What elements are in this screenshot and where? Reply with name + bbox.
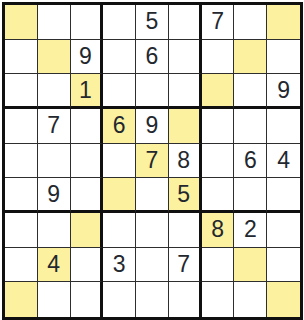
cell-r6c4[interactable]	[103, 178, 136, 213]
cell-r3c5[interactable]	[136, 74, 169, 109]
cell-r4c4[interactable]: 6	[103, 109, 136, 144]
cell-r1c5[interactable]: 5	[136, 5, 169, 40]
cell-r2c2[interactable]	[38, 40, 71, 75]
cell-r4c6[interactable]	[169, 109, 202, 144]
cell-r4c2[interactable]: 7	[38, 109, 71, 144]
cell-r8c6[interactable]: 7	[169, 248, 202, 283]
cell-r9c1[interactable]	[5, 282, 38, 317]
cell-r5c4[interactable]	[103, 144, 136, 179]
cell-r9c3[interactable]	[71, 282, 104, 317]
cell-r6c6[interactable]: 5	[169, 178, 202, 213]
cell-r5c1[interactable]	[5, 144, 38, 179]
cell-r8c8[interactable]	[234, 248, 267, 283]
cell-r3c3[interactable]: 1	[71, 74, 104, 109]
cell-r5c7[interactable]	[202, 144, 235, 179]
cell-r7c1[interactable]	[5, 213, 38, 248]
sudoku-board: 57961976978649582437	[2, 2, 303, 320]
cell-r6c3[interactable]	[71, 178, 104, 213]
cell-r2c4[interactable]	[103, 40, 136, 75]
cell-r8c7[interactable]	[202, 248, 235, 283]
cell-r6c5[interactable]	[136, 178, 169, 213]
cell-r9c6[interactable]	[169, 282, 202, 317]
cell-r5c8[interactable]: 6	[234, 144, 267, 179]
cell-r5c3[interactable]	[71, 144, 104, 179]
cell-r1c7[interactable]: 7	[202, 5, 235, 40]
cell-r1c8[interactable]	[234, 5, 267, 40]
cell-r4c7[interactable]	[202, 109, 235, 144]
cell-r2c7[interactable]	[202, 40, 235, 75]
cell-r7c6[interactable]	[169, 213, 202, 248]
cell-r6c8[interactable]	[234, 178, 267, 213]
cell-r3c2[interactable]	[38, 74, 71, 109]
cell-r3c1[interactable]	[5, 74, 38, 109]
cell-r1c3[interactable]	[71, 5, 104, 40]
cell-r6c2[interactable]: 9	[38, 178, 71, 213]
cell-r7c3[interactable]	[71, 213, 104, 248]
cell-r3c7[interactable]	[202, 74, 235, 109]
cell-r4c9[interactable]	[267, 109, 300, 144]
cell-r2c1[interactable]	[5, 40, 38, 75]
cell-r3c6[interactable]	[169, 74, 202, 109]
cell-r8c5[interactable]	[136, 248, 169, 283]
cell-r6c1[interactable]	[5, 178, 38, 213]
cell-r1c9[interactable]	[267, 5, 300, 40]
cell-r9c4[interactable]	[103, 282, 136, 317]
cell-r9c5[interactable]	[136, 282, 169, 317]
cell-r5c2[interactable]	[38, 144, 71, 179]
cell-r6c7[interactable]	[202, 178, 235, 213]
cell-r3c8[interactable]	[234, 74, 267, 109]
cell-r7c4[interactable]	[103, 213, 136, 248]
cell-r2c8[interactable]	[234, 40, 267, 75]
cell-r1c4[interactable]	[103, 5, 136, 40]
cell-r4c1[interactable]	[5, 109, 38, 144]
cell-r8c9[interactable]	[267, 248, 300, 283]
cell-r3c4[interactable]	[103, 74, 136, 109]
cell-r4c3[interactable]	[71, 109, 104, 144]
cell-r7c5[interactable]	[136, 213, 169, 248]
cell-r8c3[interactable]	[71, 248, 104, 283]
cell-r2c5[interactable]: 6	[136, 40, 169, 75]
cell-r5c6[interactable]: 8	[169, 144, 202, 179]
cell-r3c9[interactable]: 9	[267, 74, 300, 109]
cell-r8c1[interactable]	[5, 248, 38, 283]
cell-r7c2[interactable]	[38, 213, 71, 248]
cell-r6c9[interactable]	[267, 178, 300, 213]
cell-r5c5[interactable]: 7	[136, 144, 169, 179]
cell-r4c5[interactable]: 9	[136, 109, 169, 144]
cell-r8c4[interactable]: 3	[103, 248, 136, 283]
cell-r9c8[interactable]	[234, 282, 267, 317]
cell-r4c8[interactable]	[234, 109, 267, 144]
cell-r9c7[interactable]	[202, 282, 235, 317]
cell-r1c6[interactable]	[169, 5, 202, 40]
cell-r7c7[interactable]: 8	[202, 213, 235, 248]
cell-r2c6[interactable]	[169, 40, 202, 75]
cell-r8c2[interactable]: 4	[38, 248, 71, 283]
cell-r2c9[interactable]	[267, 40, 300, 75]
cell-r2c3[interactable]: 9	[71, 40, 104, 75]
cell-r9c9[interactable]	[267, 282, 300, 317]
cell-r7c9[interactable]	[267, 213, 300, 248]
cell-r7c8[interactable]: 2	[234, 213, 267, 248]
cell-r5c9[interactable]: 4	[267, 144, 300, 179]
cell-r1c2[interactable]	[38, 5, 71, 40]
cell-r9c2[interactable]	[38, 282, 71, 317]
cell-r1c1[interactable]	[5, 5, 38, 40]
